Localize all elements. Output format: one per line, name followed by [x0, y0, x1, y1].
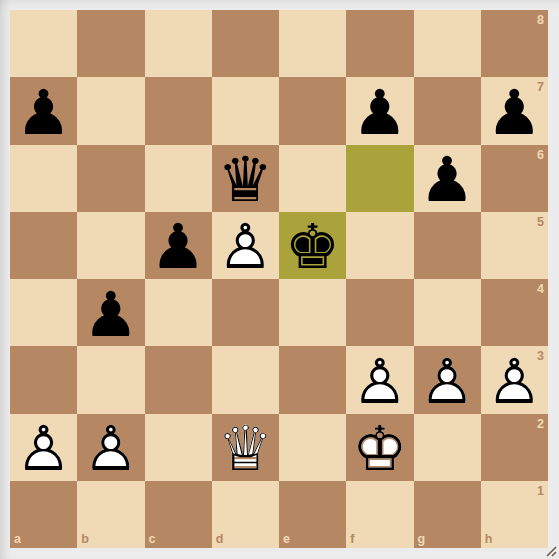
square-b8[interactable]: [77, 10, 144, 77]
black-piece-glyph: ♛: [218, 149, 274, 211]
file-label-c: c: [149, 533, 156, 546]
square-g2[interactable]: [414, 414, 481, 481]
file-label-b: b: [81, 533, 89, 546]
white-piece-outline-glyph: ♙: [352, 351, 408, 413]
square-f5[interactable]: [346, 212, 413, 279]
square-b7[interactable]: [77, 77, 144, 144]
black-queen-piece[interactable]: ♛: [212, 145, 279, 212]
square-g5[interactable]: [414, 212, 481, 279]
square-g4[interactable]: [414, 279, 481, 346]
square-f4[interactable]: [346, 279, 413, 346]
rank-label-5: 5: [537, 216, 544, 229]
white-piece-outline-glyph: ♙: [83, 418, 139, 480]
square-h6[interactable]: 6: [481, 145, 548, 212]
square-a5[interactable]: [10, 212, 77, 279]
black-piece-glyph: ♟: [487, 82, 543, 144]
square-c1[interactable]: c: [145, 481, 212, 548]
square-b3[interactable]: [77, 346, 144, 413]
square-f2[interactable]: ♚♔: [346, 414, 413, 481]
square-a4[interactable]: [10, 279, 77, 346]
square-b4[interactable]: ♟: [77, 279, 144, 346]
white-pawn-piece[interactable]: ♟♙: [346, 346, 413, 413]
file-label-f: f: [350, 533, 354, 546]
file-label-a: a: [14, 533, 21, 546]
square-g8[interactable]: [414, 10, 481, 77]
black-king-piece[interactable]: ♚: [279, 212, 346, 279]
square-d5[interactable]: ♟♙: [212, 212, 279, 279]
square-f6[interactable]: [346, 145, 413, 212]
white-queen-piece[interactable]: ♛♕: [212, 414, 279, 481]
square-d1[interactable]: d: [212, 481, 279, 548]
square-e8[interactable]: [279, 10, 346, 77]
black-pawn-piece[interactable]: ♟: [414, 145, 481, 212]
square-a7[interactable]: ♟: [10, 77, 77, 144]
square-f8[interactable]: [346, 10, 413, 77]
square-b1[interactable]: b: [77, 481, 144, 548]
square-g1[interactable]: g: [414, 481, 481, 548]
square-d3[interactable]: [212, 346, 279, 413]
square-h1[interactable]: h1: [481, 481, 548, 548]
black-pawn-piece[interactable]: ♟: [10, 77, 77, 144]
file-label-g: g: [418, 533, 426, 546]
square-a1[interactable]: a: [10, 481, 77, 548]
square-g6[interactable]: ♟: [414, 145, 481, 212]
black-piece-glyph: ♟: [419, 149, 475, 211]
white-pawn-piece[interactable]: ♟♙: [10, 414, 77, 481]
rank-label-1: 1: [537, 485, 544, 498]
white-piece-outline-glyph: ♙: [16, 418, 72, 480]
chess-board[interactable]: 8♟♟7♟♛♟6♟♟♙♚5♟4♟♙♟♙3♟♙♟♙♟♙♛♕♚♔2abcdefgh1: [10, 10, 548, 548]
black-pawn-piece[interactable]: ♟: [346, 77, 413, 144]
white-piece-fill-glyph: ♟: [352, 351, 408, 413]
square-b6[interactable]: [77, 145, 144, 212]
square-e2[interactable]: [279, 414, 346, 481]
square-e5[interactable]: ♚: [279, 212, 346, 279]
square-h2[interactable]: 2: [481, 414, 548, 481]
white-pawn-piece[interactable]: ♟♙: [481, 346, 548, 413]
square-a3[interactable]: [10, 346, 77, 413]
white-piece-fill-glyph: ♟: [419, 351, 475, 413]
white-piece-fill-glyph: ♚: [352, 418, 408, 480]
black-piece-glyph: ♟: [352, 82, 408, 144]
white-pawn-piece[interactable]: ♟♙: [212, 212, 279, 279]
black-piece-glyph: ♟: [150, 216, 206, 278]
square-e1[interactable]: e: [279, 481, 346, 548]
file-label-d: d: [216, 533, 224, 546]
square-c6[interactable]: [145, 145, 212, 212]
square-e4[interactable]: [279, 279, 346, 346]
square-h8[interactable]: 8: [481, 10, 548, 77]
white-piece-fill-glyph: ♛: [218, 418, 274, 480]
square-b2[interactable]: ♟♙: [77, 414, 144, 481]
square-d2[interactable]: ♛♕: [212, 414, 279, 481]
black-pawn-piece[interactable]: ♟: [77, 279, 144, 346]
white-piece-outline-glyph: ♔: [352, 418, 408, 480]
page-background: 8♟♟7♟♛♟6♟♟♙♚5♟4♟♙♟♙3♟♙♟♙♟♙♛♕♚♔2abcdefgh1: [0, 0, 559, 559]
white-king-piece[interactable]: ♚♔: [346, 414, 413, 481]
black-pawn-piece[interactable]: ♟: [481, 77, 548, 144]
rank-label-8: 8: [537, 14, 544, 27]
white-pawn-piece[interactable]: ♟♙: [77, 414, 144, 481]
square-d8[interactable]: [212, 10, 279, 77]
white-piece-outline-glyph: ♕: [218, 418, 274, 480]
square-c4[interactable]: [145, 279, 212, 346]
square-f7[interactable]: ♟: [346, 77, 413, 144]
square-c7[interactable]: [145, 77, 212, 144]
square-f3[interactable]: ♟♙: [346, 346, 413, 413]
square-e3[interactable]: [279, 346, 346, 413]
white-pawn-piece[interactable]: ♟♙: [414, 346, 481, 413]
square-c3[interactable]: [145, 346, 212, 413]
resize-diagonal-icon: [543, 543, 558, 558]
rank-label-4: 4: [537, 283, 544, 296]
square-b5[interactable]: [77, 212, 144, 279]
square-c8[interactable]: [145, 10, 212, 77]
square-f1[interactable]: f: [346, 481, 413, 548]
square-e6[interactable]: [279, 145, 346, 212]
square-h4[interactable]: 4: [481, 279, 548, 346]
board-resize-handle[interactable]: [543, 543, 558, 558]
white-piece-fill-glyph: ♟: [487, 351, 543, 413]
square-d4[interactable]: [212, 279, 279, 346]
square-e7[interactable]: [279, 77, 346, 144]
black-piece-glyph: ♟: [16, 82, 72, 144]
white-piece-outline-glyph: ♙: [419, 351, 475, 413]
white-piece-fill-glyph: ♟: [218, 216, 274, 278]
black-pawn-piece[interactable]: ♟: [145, 212, 212, 279]
file-label-e: e: [283, 533, 290, 546]
square-c2[interactable]: [145, 414, 212, 481]
white-piece-outline-glyph: ♙: [218, 216, 274, 278]
file-label-h: h: [485, 533, 493, 546]
rank-label-6: 6: [537, 149, 544, 162]
black-piece-glyph: ♟: [83, 284, 139, 346]
square-d6[interactable]: ♛: [212, 145, 279, 212]
square-h3[interactable]: 3♟♙: [481, 346, 548, 413]
white-piece-outline-glyph: ♙: [487, 351, 543, 413]
square-a2[interactable]: ♟♙: [10, 414, 77, 481]
square-d7[interactable]: [212, 77, 279, 144]
square-g3[interactable]: ♟♙: [414, 346, 481, 413]
square-c5[interactable]: ♟: [145, 212, 212, 279]
white-piece-fill-glyph: ♟: [16, 418, 72, 480]
black-piece-glyph: ♚: [285, 216, 341, 278]
square-a6[interactable]: [10, 145, 77, 212]
square-a8[interactable]: [10, 10, 77, 77]
square-h7[interactable]: 7♟: [481, 77, 548, 144]
square-g7[interactable]: [414, 77, 481, 144]
rank-label-2: 2: [537, 418, 544, 431]
square-h5[interactable]: 5: [481, 212, 548, 279]
white-piece-fill-glyph: ♟: [83, 418, 139, 480]
